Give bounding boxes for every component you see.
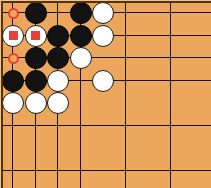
intersection-c1-r8[interactable] xyxy=(2,159,25,182)
intersection-c6-r6[interactable] xyxy=(114,114,137,137)
intersection-c9-r6[interactable] xyxy=(182,114,205,137)
intersection-c9-r8[interactable] xyxy=(182,159,205,182)
black-stone xyxy=(47,47,69,69)
board-edge-highlight-left xyxy=(0,0,1,188)
intersection-c8-r7[interactable] xyxy=(159,137,182,160)
intersection-c6-r1[interactable] xyxy=(114,2,137,25)
board-edge-highlight-top xyxy=(0,0,211,1)
intersection-c4-r1[interactable] xyxy=(69,2,92,25)
intersection-c4-r5[interactable] xyxy=(69,92,92,115)
intersection-c2-r1[interactable] xyxy=(24,2,47,25)
intersection-c3-r8[interactable] xyxy=(47,159,70,182)
intersection-c8-r6[interactable] xyxy=(159,114,182,137)
intersection-c9-r5[interactable] xyxy=(182,92,205,115)
intersection-c2-r2[interactable] xyxy=(24,24,47,47)
white-stone xyxy=(25,25,47,47)
black-stone xyxy=(70,25,92,47)
intersection-c3-r2[interactable] xyxy=(47,24,70,47)
board-edge-top xyxy=(1,1,211,3)
intersection-c8-r4[interactable] xyxy=(159,69,182,92)
intersection-c5-r8[interactable] xyxy=(92,159,115,182)
intersection-c3-r5[interactable] xyxy=(47,92,70,115)
black-stone xyxy=(2,70,24,92)
white-stone xyxy=(92,2,114,24)
circle-marker-icon xyxy=(8,53,19,64)
intersection-c3-r6[interactable] xyxy=(47,114,70,137)
white-stone xyxy=(25,92,47,114)
intersection-c5-r1[interactable] xyxy=(92,2,115,25)
intersection-c5-r3[interactable] xyxy=(92,47,115,70)
intersection-c3-r4[interactable] xyxy=(47,69,70,92)
intersection-c2-r8[interactable] xyxy=(24,159,47,182)
intersection-c6-r7[interactable] xyxy=(114,137,137,160)
intersection-c2-r6[interactable] xyxy=(24,114,47,137)
intersection-c9-r4[interactable] xyxy=(182,69,205,92)
white-stone xyxy=(70,47,92,69)
intersection-c6-r5[interactable] xyxy=(114,92,137,115)
intersection-c3-r1[interactable] xyxy=(47,2,70,25)
intersection-c5-r7[interactable] xyxy=(92,137,115,160)
white-stone xyxy=(2,92,24,114)
black-stone xyxy=(25,47,47,69)
intersection-c2-r4[interactable] xyxy=(24,69,47,92)
intersection-c4-r6[interactable] xyxy=(69,114,92,137)
intersection-c8-r2[interactable] xyxy=(159,24,182,47)
intersection-c9-r7[interactable] xyxy=(182,137,205,160)
intersection-c6-r3[interactable] xyxy=(114,47,137,70)
intersection-c9-r1[interactable] xyxy=(182,2,205,25)
intersection-c6-r2[interactable] xyxy=(114,24,137,47)
black-stone xyxy=(70,2,92,24)
square-marker-icon xyxy=(31,31,40,40)
intersection-c4-r4[interactable] xyxy=(69,69,92,92)
white-stone xyxy=(92,25,114,47)
intersection-c5-r5[interactable] xyxy=(92,92,115,115)
intersection-c1-r3[interactable] xyxy=(2,47,25,70)
black-stone xyxy=(47,25,69,47)
intersection-c9-r2[interactable] xyxy=(182,24,205,47)
intersection-c7-r6[interactable] xyxy=(137,114,160,137)
intersection-c1-r6[interactable] xyxy=(2,114,25,137)
white-stone xyxy=(2,25,24,47)
intersection-c3-r7[interactable] xyxy=(47,137,70,160)
intersection-c5-r2[interactable] xyxy=(92,24,115,47)
intersection-c8-r5[interactable] xyxy=(159,92,182,115)
go-board xyxy=(0,0,211,188)
intersection-c9-r3[interactable] xyxy=(182,47,205,70)
intersection-c1-r7[interactable] xyxy=(2,137,25,160)
white-stone xyxy=(47,70,69,92)
black-stone xyxy=(25,70,47,92)
intersection-c7-r8[interactable] xyxy=(137,159,160,182)
intersection-c2-r7[interactable] xyxy=(24,137,47,160)
intersection-c7-r2[interactable] xyxy=(137,24,160,47)
intersection-c8-r1[interactable] xyxy=(159,2,182,25)
intersection-c7-r5[interactable] xyxy=(137,92,160,115)
intersection-c4-r8[interactable] xyxy=(69,159,92,182)
intersection-c1-r1[interactable] xyxy=(2,2,25,25)
board-grid xyxy=(2,2,205,182)
intersection-c1-r2[interactable] xyxy=(2,24,25,47)
intersection-c4-r7[interactable] xyxy=(69,137,92,160)
black-stone xyxy=(25,2,47,24)
board-edge-left xyxy=(1,1,3,188)
intersection-c8-r3[interactable] xyxy=(159,47,182,70)
intersection-c3-r3[interactable] xyxy=(47,47,70,70)
circle-marker-icon xyxy=(8,8,19,19)
intersection-c1-r4[interactable] xyxy=(2,69,25,92)
intersection-c7-r1[interactable] xyxy=(137,2,160,25)
intersection-c5-r4[interactable] xyxy=(92,69,115,92)
square-marker-icon xyxy=(9,31,18,40)
intersection-c5-r6[interactable] xyxy=(92,114,115,137)
white-stone xyxy=(92,70,114,92)
intersection-c6-r8[interactable] xyxy=(114,159,137,182)
intersection-c4-r3[interactable] xyxy=(69,47,92,70)
intersection-c7-r7[interactable] xyxy=(137,137,160,160)
intersection-c4-r2[interactable] xyxy=(69,24,92,47)
intersection-c7-r3[interactable] xyxy=(137,47,160,70)
intersection-c1-r5[interactable] xyxy=(2,92,25,115)
white-stone xyxy=(47,92,69,114)
intersection-c7-r4[interactable] xyxy=(137,69,160,92)
intersection-c6-r4[interactable] xyxy=(114,69,137,92)
intersection-c2-r3[interactable] xyxy=(24,47,47,70)
intersection-c8-r8[interactable] xyxy=(159,159,182,182)
intersection-c2-r5[interactable] xyxy=(24,92,47,115)
